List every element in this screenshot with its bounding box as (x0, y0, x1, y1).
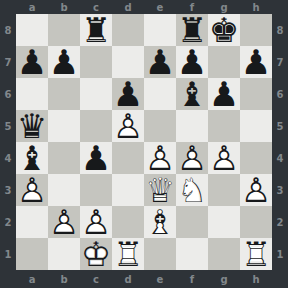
white-piece-outline-glyph: ♙ (208, 142, 240, 174)
file-label-b: b (48, 270, 80, 288)
square-b4[interactable] (48, 142, 80, 174)
file-label-a: a (16, 270, 48, 288)
board: ♜♜♚♟♟♟♟♟♟♝♟♛♟♙♝♟♟♙♟♙♟♙♟♙♛♕♞♘♟♙♟♙♟♙♝♗♚♔♜♖… (16, 14, 272, 270)
white-piece-outline-glyph: ♔ (80, 238, 112, 270)
file-label-e: e (144, 0, 176, 14)
rank-label-7: 7 (0, 46, 16, 78)
square-f1[interactable] (176, 238, 208, 270)
piece-white-pawn[interactable]: ♟♙ (240, 174, 272, 206)
square-d4[interactable] (112, 142, 144, 174)
rank-label-7: 7 (272, 46, 288, 78)
square-h1[interactable]: ♜♖ (240, 238, 272, 270)
piece-white-king[interactable]: ♚♔ (80, 238, 112, 270)
black-piece-glyph: ♟ (16, 46, 48, 78)
rank-labels-right: 87654321 (272, 14, 288, 270)
rank-label-6: 6 (272, 78, 288, 110)
piece-white-knight[interactable]: ♞♘ (176, 174, 208, 206)
piece-white-rook[interactable]: ♜♖ (112, 238, 144, 270)
white-piece-outline-glyph: ♗ (144, 206, 176, 238)
piece-white-bishop[interactable]: ♝♗ (144, 206, 176, 238)
square-c1[interactable]: ♚♔ (80, 238, 112, 270)
file-label-h: h (240, 0, 272, 14)
square-a3[interactable]: ♟♙ (16, 174, 48, 206)
square-d8[interactable] (112, 14, 144, 46)
rank-label-5: 5 (0, 110, 16, 142)
file-label-d: d (112, 0, 144, 14)
piece-white-pawn[interactable]: ♟♙ (208, 142, 240, 174)
rank-label-1: 1 (272, 238, 288, 270)
square-c4[interactable]: ♟ (80, 142, 112, 174)
white-piece-outline-glyph: ♙ (112, 110, 144, 142)
piece-black-pawn[interactable]: ♟ (48, 46, 80, 78)
rank-label-3: 3 (0, 174, 16, 206)
piece-black-pawn[interactable]: ♟ (144, 46, 176, 78)
square-e6[interactable] (144, 78, 176, 110)
square-a1[interactable] (16, 238, 48, 270)
piece-black-king[interactable]: ♚ (208, 14, 240, 46)
black-piece-glyph: ♟ (240, 46, 272, 78)
black-piece-glyph: ♜ (80, 14, 112, 46)
white-piece-outline-glyph: ♙ (240, 174, 272, 206)
square-b2[interactable]: ♟♙ (48, 206, 80, 238)
rank-label-5: 5 (272, 110, 288, 142)
piece-white-rook[interactable]: ♜♖ (240, 238, 272, 270)
black-piece-glyph: ♟ (48, 46, 80, 78)
square-e1[interactable] (144, 238, 176, 270)
square-h3[interactable]: ♟♙ (240, 174, 272, 206)
square-b6[interactable] (48, 78, 80, 110)
square-b7[interactable]: ♟ (48, 46, 80, 78)
square-g2[interactable] (208, 206, 240, 238)
piece-white-pawn[interactable]: ♟♙ (16, 174, 48, 206)
file-label-a: a (16, 0, 48, 14)
square-f6[interactable]: ♝ (176, 78, 208, 110)
file-label-g: g (208, 270, 240, 288)
rank-label-4: 4 (272, 142, 288, 174)
square-g8[interactable]: ♚ (208, 14, 240, 46)
square-d3[interactable] (112, 174, 144, 206)
rank-label-4: 4 (0, 142, 16, 174)
file-label-f: f (176, 270, 208, 288)
white-piece-outline-glyph: ♙ (48, 206, 80, 238)
square-g4[interactable]: ♟♙ (208, 142, 240, 174)
square-a7[interactable]: ♟ (16, 46, 48, 78)
piece-black-pawn[interactable]: ♟ (240, 46, 272, 78)
black-piece-glyph: ♟ (208, 78, 240, 110)
square-b5[interactable] (48, 110, 80, 142)
square-g6[interactable]: ♟ (208, 78, 240, 110)
piece-black-bishop[interactable]: ♝ (176, 78, 208, 110)
rank-label-8: 8 (0, 14, 16, 46)
white-piece-outline-glyph: ♖ (240, 238, 272, 270)
piece-black-pawn[interactable]: ♟ (80, 142, 112, 174)
square-f2[interactable] (176, 206, 208, 238)
black-piece-glyph: ♚ (208, 14, 240, 46)
rank-labels-left: 87654321 (0, 14, 16, 270)
black-piece-glyph: ♟ (144, 46, 176, 78)
square-c6[interactable] (80, 78, 112, 110)
file-labels-bottom: abcdefgh (16, 270, 272, 288)
black-piece-glyph: ♟ (80, 142, 112, 174)
square-f3[interactable]: ♞♘ (176, 174, 208, 206)
square-h7[interactable]: ♟ (240, 46, 272, 78)
square-a2[interactable] (16, 206, 48, 238)
white-piece-outline-glyph: ♖ (112, 238, 144, 270)
square-g3[interactable] (208, 174, 240, 206)
black-piece-glyph: ♝ (176, 78, 208, 110)
piece-black-pawn[interactable]: ♟ (208, 78, 240, 110)
piece-white-pawn[interactable]: ♟♙ (48, 206, 80, 238)
square-e7[interactable]: ♟ (144, 46, 176, 78)
square-c7[interactable] (80, 46, 112, 78)
file-label-e: e (144, 270, 176, 288)
rank-label-2: 2 (272, 206, 288, 238)
piece-black-rook[interactable]: ♜ (80, 14, 112, 46)
white-piece-outline-glyph: ♘ (176, 174, 208, 206)
piece-white-pawn[interactable]: ♟♙ (112, 110, 144, 142)
rank-label-8: 8 (272, 14, 288, 46)
chess-board-frame: abcdefgh abcdefgh 87654321 87654321 ♜♜♚♟… (0, 0, 288, 288)
piece-black-pawn[interactable]: ♟ (16, 46, 48, 78)
rank-label-1: 1 (0, 238, 16, 270)
file-label-b: b (48, 0, 80, 14)
square-h6[interactable] (240, 78, 272, 110)
rank-label-3: 3 (272, 174, 288, 206)
square-e2[interactable]: ♝♗ (144, 206, 176, 238)
white-piece-outline-glyph: ♙ (16, 174, 48, 206)
square-d5[interactable]: ♟♙ (112, 110, 144, 142)
square-h5[interactable] (240, 110, 272, 142)
square-c8[interactable]: ♜ (80, 14, 112, 46)
rank-label-2: 2 (0, 206, 16, 238)
rank-label-6: 6 (0, 78, 16, 110)
square-b1[interactable] (48, 238, 80, 270)
square-g1[interactable] (208, 238, 240, 270)
square-d1[interactable]: ♜♖ (112, 238, 144, 270)
